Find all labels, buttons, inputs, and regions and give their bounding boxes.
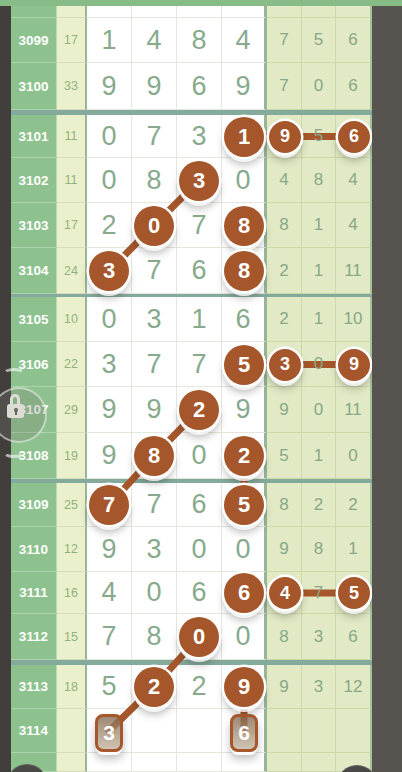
group-separator — [11, 294, 372, 297]
cell-m0: 5 — [87, 665, 132, 709]
cell-r0 — [267, 753, 302, 772]
cell-sum: 15 — [57, 614, 87, 660]
digit-value: 2 — [191, 671, 206, 702]
digit-value: 6 — [191, 255, 206, 286]
digit-value: 0 — [191, 534, 206, 565]
right-letterbox-gutter — [372, 0, 402, 772]
cell-r1: 8 — [302, 158, 336, 203]
digit-value: 0 — [101, 121, 116, 152]
cell-r2: 11 — [336, 387, 372, 433]
cell-id: 3112 — [11, 614, 57, 660]
cell-r1: 3 — [302, 665, 336, 709]
digit-value: 17 — [64, 218, 78, 232]
cell-m3 — [222, 6, 267, 18]
cell-sum: 17 — [57, 18, 87, 63]
digit-value: 3 — [146, 304, 161, 335]
cell-r0: 9 — [267, 527, 302, 572]
digit-value: 0 — [314, 76, 323, 96]
circle-mark-3107-C: 2 — [179, 390, 219, 430]
cell-r2: 6 — [336, 18, 372, 63]
draw-number: 3111 — [19, 585, 48, 600]
cell-m2: 1 — [177, 297, 222, 342]
table-row-3110: 3110129300981 — [11, 527, 372, 572]
cell-m1: 8 — [132, 158, 177, 203]
digit-value: 7 — [279, 76, 288, 96]
digit-value: 0 — [101, 165, 116, 196]
digit-value: 4 — [101, 577, 116, 608]
cell-id: 3103 — [11, 203, 57, 248]
digit-value: 4 — [146, 25, 161, 56]
digit-value: 0 — [235, 621, 250, 652]
digit-value: 11 — [65, 173, 78, 187]
table-row-3103: 3103172078814 — [11, 203, 372, 248]
cell-r1: 0 — [302, 63, 336, 110]
cell-id: 3111 — [11, 572, 57, 614]
circle-mark-3112-C: 0 — [179, 617, 219, 657]
digit-value: 4 — [348, 170, 357, 190]
cell-m3: 0 — [222, 527, 267, 572]
circle-mark-3109-A: 7 — [89, 485, 129, 525]
cell-m1: 9 — [132, 387, 177, 433]
digit-value: 7 — [146, 489, 161, 520]
circle-mark-3108-D: 2 — [224, 436, 264, 476]
digit-value: 10 — [344, 309, 363, 329]
cell-r0: 9 — [267, 387, 302, 433]
cell-m2 — [177, 753, 222, 772]
cell-m0 — [87, 753, 132, 772]
table-row-3114: 3114 — [11, 709, 372, 753]
draw-number: 3109 — [18, 497, 48, 512]
cell-r1: 7 — [302, 572, 336, 614]
cell-r1: 1 — [302, 203, 336, 248]
digit-value: 3 — [314, 627, 323, 647]
circle-mark-3113-D: 9 — [224, 667, 264, 707]
digit-value: 8 — [279, 215, 288, 235]
digit-value: 8 — [314, 170, 323, 190]
cell-sum: 33 — [57, 63, 87, 110]
cell-m3: 0 — [222, 614, 267, 660]
cell-m0: 1 — [87, 18, 132, 63]
draw-number: 3114 — [19, 723, 48, 738]
table-row-partial — [11, 6, 372, 18]
digit-value: 3 — [146, 534, 161, 565]
digit-value: 2 — [101, 210, 116, 241]
circle-mark-3113-B: 2 — [134, 667, 174, 707]
digit-value: 33 — [64, 79, 78, 93]
digit-value: 3 — [101, 349, 116, 380]
cell-sum: 22 — [57, 342, 87, 387]
table-row-3104: 31042437682111 — [11, 248, 372, 294]
cell-r1: 1 — [302, 248, 336, 294]
circle-mark-3101-E: 9 — [269, 121, 301, 153]
digit-value: 29 — [64, 403, 78, 417]
digit-value: 12 — [64, 542, 78, 556]
digit-value: 6 — [191, 71, 206, 102]
cell-r1: 5 — [302, 115, 336, 158]
cell-id: 3099 — [11, 18, 57, 63]
circle-mark-3106-D: 5 — [224, 345, 264, 385]
cell-r2: 12 — [336, 665, 372, 709]
digit-value: 9 — [146, 394, 161, 425]
digit-value: 5 — [279, 446, 288, 466]
digit-value: 12 — [344, 677, 363, 697]
table-row-3099: 3099171484756 — [11, 18, 372, 63]
digit-value: 11 — [344, 400, 362, 420]
circle-mark-3111-E: 4 — [269, 577, 301, 609]
cell-m3: 9 — [222, 63, 267, 110]
cell-r0: 8 — [267, 483, 302, 527]
cell-sum: 24 — [57, 248, 87, 294]
cell-r0: 9 — [267, 665, 302, 709]
digit-value: 9 — [146, 71, 161, 102]
prediction-badge-3114-D: 6 — [230, 714, 258, 752]
cell-m2 — [177, 709, 222, 753]
digit-value: 4 — [279, 170, 288, 190]
cell-r1: 2 — [302, 483, 336, 527]
digit-value: 6 — [348, 30, 357, 50]
cell-m0: 9 — [87, 433, 132, 479]
cell-id: 3105 — [11, 297, 57, 342]
cell-m0: 9 — [87, 63, 132, 110]
table-row-3105: 31051003162110 — [11, 297, 372, 342]
digit-value: 6 — [191, 489, 206, 520]
draw-number: 3105 — [18, 312, 48, 327]
circle-mark-3104-A: 3 — [89, 251, 129, 291]
digit-value: 11 — [344, 261, 362, 281]
digit-value: 0 — [235, 165, 250, 196]
digit-value: 3 — [314, 677, 323, 697]
digit-value: 24 — [64, 264, 78, 278]
digit-value: 9 — [101, 534, 116, 565]
cell-sum: 25 — [57, 483, 87, 527]
cell-m1: 9 — [132, 63, 177, 110]
cell-r0 — [267, 709, 302, 753]
cell-r2: 0 — [336, 433, 372, 479]
circle-mark-3106-E: 3 — [269, 349, 301, 381]
cell-m1: 0 — [132, 572, 177, 614]
cell-m2 — [177, 6, 222, 18]
cell-m0: 4 — [87, 572, 132, 614]
cell-r2 — [336, 709, 372, 753]
cell-sum: 11 — [57, 158, 87, 203]
digit-value: 2 — [279, 309, 288, 329]
cell-r2: 6 — [336, 614, 372, 660]
scroll-up-chevron-icon[interactable] — [3, 368, 25, 379]
circle-mark-3102-C: 3 — [179, 161, 219, 201]
cell-sum: 17 — [57, 203, 87, 248]
table-row-partial — [11, 753, 372, 772]
cell-m1 — [132, 753, 177, 772]
cell-m2: 6 — [177, 248, 222, 294]
digit-value: 0 — [314, 354, 323, 374]
table-row-3111: 3111164066475 — [11, 572, 372, 614]
digit-value: 4 — [348, 215, 357, 235]
digit-value: 1 — [191, 304, 206, 335]
group-separator — [11, 660, 372, 665]
group-separator — [11, 479, 372, 483]
table-row-3101: 3101110731956 — [11, 115, 372, 158]
cell-m2: 2 — [177, 665, 222, 709]
digit-value: 6 — [348, 627, 357, 647]
cell-id: 3109 — [11, 483, 57, 527]
cell-r1: 0 — [302, 387, 336, 433]
digit-value: 0 — [146, 577, 161, 608]
cell-r2 — [336, 6, 372, 18]
cell-id: 3101 — [11, 115, 57, 158]
digit-value: 8 — [314, 539, 323, 559]
digit-value: 7 — [279, 30, 288, 50]
draw-number: 3110 — [19, 542, 48, 557]
cell-r0: 7 — [267, 18, 302, 63]
digit-value: 25 — [64, 498, 78, 512]
cell-r0: 2 — [267, 248, 302, 294]
digit-value: 8 — [279, 627, 288, 647]
cell-m3: 4 — [222, 18, 267, 63]
cell-m3: 0 — [222, 158, 267, 203]
cell-sum: 18 — [57, 665, 87, 709]
digit-value: 0 — [235, 534, 250, 565]
digit-value: 2 — [314, 495, 323, 515]
cell-id: 3102 — [11, 158, 57, 203]
lock-icon — [7, 394, 25, 422]
cell-r1: 8 — [302, 527, 336, 572]
cell-r2: 4 — [336, 203, 372, 248]
cell-r1: 3 — [302, 614, 336, 660]
cell-r2: 4 — [336, 158, 372, 203]
digit-value: 1 — [314, 446, 323, 466]
digit-value: 9 — [101, 440, 116, 471]
cell-r2: 1 — [336, 527, 372, 572]
table-row-3106: 3106223775309 — [11, 342, 372, 387]
digit-value: 7 — [146, 121, 161, 152]
digit-value: 7 — [191, 210, 206, 241]
digit-value: 2 — [279, 261, 288, 281]
cell-m2: 8 — [177, 18, 222, 63]
cell-m0: 0 — [87, 158, 132, 203]
cell-id: 3106 — [11, 342, 57, 387]
draw-number: 3103 — [18, 218, 48, 233]
cell-r0 — [267, 6, 302, 18]
top-green-bar — [0, 0, 402, 6]
digit-value: 7 — [191, 349, 206, 380]
cell-m0: 9 — [87, 387, 132, 433]
cell-m1: 7 — [132, 342, 177, 387]
draw-number: 3102 — [18, 173, 48, 188]
digit-value: 7 — [101, 621, 116, 652]
digit-value: 7 — [314, 583, 323, 603]
cell-sum: 16 — [57, 572, 87, 614]
digit-value: 9 — [235, 394, 250, 425]
cell-m1: 8 — [132, 614, 177, 660]
cell-m1: 7 — [132, 248, 177, 294]
cell-r1: 0 — [302, 342, 336, 387]
digit-value: 9 — [279, 400, 288, 420]
cell-r0: 8 — [267, 614, 302, 660]
digit-value: 17 — [64, 33, 78, 47]
cell-sum: 12 — [57, 527, 87, 572]
digit-value: 18 — [64, 680, 78, 694]
left-letterbox-gutter — [0, 0, 11, 772]
cell-sum — [57, 6, 87, 18]
cell-m2: 3 — [177, 115, 222, 158]
circle-mark-3111-D: 6 — [224, 573, 264, 613]
cell-sum — [57, 753, 87, 772]
cell-r2: 2 — [336, 483, 372, 527]
cell-sum: 29 — [57, 387, 87, 433]
digit-value: 5 — [314, 126, 323, 146]
table-row-3109: 3109257765822 — [11, 483, 372, 527]
circle-mark-3103-D: 8 — [224, 206, 264, 246]
cell-m1: 7 — [132, 483, 177, 527]
digit-value: 9 — [279, 677, 288, 697]
draw-number: 3100 — [18, 79, 48, 94]
cell-r2: 10 — [336, 297, 372, 342]
cell-m1: 4 — [132, 18, 177, 63]
cell-m2: 7 — [177, 342, 222, 387]
digit-value: 7 — [146, 255, 161, 286]
digit-value: 19 — [64, 449, 78, 463]
digit-value: 9 — [101, 71, 116, 102]
cell-r2: 6 — [336, 63, 372, 110]
digit-value: 4 — [235, 25, 250, 56]
circle-mark-3101-D: 1 — [224, 117, 264, 157]
cell-m0: 7 — [87, 614, 132, 660]
cell-r2: 11 — [336, 248, 372, 294]
cell-r0: 4 — [267, 158, 302, 203]
cell-m2: 0 — [177, 527, 222, 572]
cell-r1 — [302, 709, 336, 753]
digit-value: 9 — [235, 71, 250, 102]
cell-id — [11, 6, 57, 18]
digit-value: 0 — [101, 304, 116, 335]
cell-r1 — [302, 753, 336, 772]
circle-mark-3108-B: 8 — [134, 436, 174, 476]
digit-value: 6 — [191, 577, 206, 608]
circle-mark-3101-G: 6 — [338, 121, 370, 153]
digit-value: 5 — [314, 30, 323, 50]
cell-m3 — [222, 753, 267, 772]
digit-value: 1 — [314, 215, 323, 235]
table-row-3100: 3100339969706 — [11, 63, 372, 110]
cell-m0: 2 — [87, 203, 132, 248]
digit-value: 0 — [314, 400, 323, 420]
digit-value: 7 — [146, 349, 161, 380]
cell-m2: 6 — [177, 483, 222, 527]
circle-mark-3111-G: 5 — [338, 577, 370, 609]
digit-value: 9 — [279, 539, 288, 559]
cell-r1: 1 — [302, 297, 336, 342]
cell-m2: 6 — [177, 572, 222, 614]
digit-value: 10 — [64, 312, 78, 326]
draw-number: 3112 — [19, 629, 48, 644]
cell-m0: 0 — [87, 297, 132, 342]
draw-number: 3099 — [18, 33, 48, 48]
digit-value: 11 — [65, 129, 78, 143]
cell-id: 3100 — [11, 63, 57, 110]
cell-r0: 5 — [267, 433, 302, 479]
draw-number: 3101 — [18, 129, 48, 144]
draw-number: 3113 — [19, 679, 48, 694]
cell-id: 3113 — [11, 665, 57, 709]
digit-value: 15 — [64, 630, 78, 644]
digit-value: 6 — [235, 304, 250, 335]
cell-r1: 1 — [302, 433, 336, 479]
prediction-badge-3114-A: 3 — [95, 714, 123, 752]
cell-m2: 7 — [177, 203, 222, 248]
circle-mark-3106-G: 9 — [338, 349, 370, 381]
cell-id: 3110 — [11, 527, 57, 572]
cell-r1: 5 — [302, 18, 336, 63]
cell-r0: 8 — [267, 203, 302, 248]
digit-value: 3 — [191, 121, 206, 152]
lottery-trend-screen: 3099171484756310033996970631011107319563… — [0, 0, 402, 772]
circle-mark-3104-D: 8 — [224, 251, 264, 291]
draw-number: 3104 — [18, 263, 48, 278]
digit-value: 8 — [191, 25, 206, 56]
digit-value: 1 — [314, 309, 323, 329]
digit-value: 8 — [279, 495, 288, 515]
digit-value: 2 — [348, 495, 357, 515]
cell-sum: 11 — [57, 115, 87, 158]
cell-m1 — [132, 709, 177, 753]
digit-value: 1 — [314, 261, 323, 281]
cell-r0: 7 — [267, 63, 302, 110]
scroll-down-chevron-icon[interactable] — [3, 447, 25, 458]
cell-m0: 3 — [87, 342, 132, 387]
cell-id: 3114 — [11, 709, 57, 753]
digit-value: 6 — [348, 76, 357, 96]
digit-value: 1 — [101, 25, 116, 56]
digit-value: 0 — [191, 440, 206, 471]
cell-m1: 3 — [132, 297, 177, 342]
circle-mark-3109-D: 5 — [224, 485, 264, 525]
cell-m2: 0 — [177, 433, 222, 479]
digit-value: 16 — [64, 586, 78, 600]
cell-sum — [57, 709, 87, 753]
cell-m1: 7 — [132, 115, 177, 158]
cell-sum: 10 — [57, 297, 87, 342]
digit-value: 8 — [146, 621, 161, 652]
table-row-3108: 3108199802510 — [11, 433, 372, 479]
cell-m0: 0 — [87, 115, 132, 158]
digit-value: 1 — [348, 539, 357, 559]
cell-r0: 2 — [267, 297, 302, 342]
table-row-3113: 31131852299312 — [11, 665, 372, 709]
group-separator — [11, 110, 372, 115]
cell-m1: 3 — [132, 527, 177, 572]
draw-number: 3106 — [18, 357, 48, 372]
digit-value: 5 — [101, 671, 116, 702]
cell-m2: 6 — [177, 63, 222, 110]
cell-m1 — [132, 6, 177, 18]
circle-mark-3103-B: 0 — [134, 206, 174, 246]
cell-m0: 9 — [87, 527, 132, 572]
digit-value: 8 — [146, 165, 161, 196]
cell-id: 3104 — [11, 248, 57, 294]
cell-m3: 6 — [222, 297, 267, 342]
cell-m3: 9 — [222, 387, 267, 433]
cell-sum: 19 — [57, 433, 87, 479]
digit-value: 22 — [64, 357, 78, 371]
digit-value: 0 — [348, 446, 357, 466]
cell-r1 — [302, 6, 336, 18]
digit-value: 9 — [101, 394, 116, 425]
cell-m0 — [87, 6, 132, 18]
